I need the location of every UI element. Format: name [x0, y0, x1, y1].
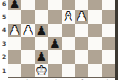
file-label-e: e — [62, 78, 75, 80]
file-label-c: c — [35, 78, 48, 80]
square-b5 — [21, 10, 34, 23]
square-c2: ♟ — [35, 50, 48, 63]
square-a6: ♟ — [8, 0, 21, 10]
file-label-d: d — [48, 78, 61, 80]
square-f1 — [75, 64, 88, 77]
square-h4 — [102, 24, 115, 37]
rank-label-1: 1 — [0, 68, 8, 74]
square-h2 — [102, 50, 115, 63]
file-label-f: f — [75, 78, 88, 80]
square-e6 — [62, 0, 75, 10]
board-right-border — [115, 0, 118, 80]
square-b2 — [21, 50, 34, 63]
square-f3 — [75, 37, 88, 50]
square-f5: ♟ — [75, 10, 88, 23]
square-e3 — [62, 37, 75, 50]
white-pawn-b4: ♟ — [22, 24, 33, 37]
file-label-row: abcdefgh — [8, 78, 115, 80]
square-g3 — [88, 37, 101, 50]
square-c4: ♟ — [35, 24, 48, 37]
square-a5 — [8, 10, 21, 23]
square-d3: ♟ — [48, 37, 61, 50]
black-pawn-a6: ♟ — [9, 0, 20, 10]
square-e4 — [62, 24, 75, 37]
square-g4 — [88, 24, 101, 37]
white-pawn-a4: ♟ — [9, 24, 20, 37]
file-label-g: g — [88, 78, 101, 80]
square-e5: ♝ — [62, 10, 75, 23]
square-a1 — [8, 64, 21, 77]
chess-board: ♟♝♟♟♟♟♟♟♚ — [8, 0, 115, 77]
square-a4: ♟ — [8, 24, 21, 37]
file-label-h: h — [102, 78, 115, 80]
square-d2 — [48, 50, 61, 63]
square-h5 — [102, 10, 115, 23]
white-bishop-e5: ♝ — [63, 10, 74, 23]
square-d1 — [48, 64, 61, 77]
square-d6 — [48, 0, 61, 10]
black-pawn-c2: ♟ — [36, 50, 47, 63]
file-label-a: a — [8, 78, 21, 80]
square-f4 — [75, 24, 88, 37]
white-king-c1: ♚ — [36, 64, 47, 77]
square-h1 — [102, 64, 115, 77]
square-b1 — [21, 64, 34, 77]
square-d4 — [48, 24, 61, 37]
rank-label-5: 5 — [0, 14, 8, 20]
square-g5 — [88, 10, 101, 23]
black-pawn-c4: ♟ — [36, 24, 47, 37]
square-g1 — [88, 64, 101, 77]
file-label-b: b — [21, 78, 34, 80]
rank-label-4: 4 — [0, 27, 8, 33]
rank-label-column: 654321 — [0, 0, 8, 80]
square-f6 — [75, 0, 88, 10]
square-f2 — [75, 50, 88, 63]
square-c1: ♚ — [35, 64, 48, 77]
square-c5 — [35, 10, 48, 23]
chess-diagram: 654321 ♟♝♟♟♟♟♟♟♚ abcdefgh — [0, 0, 120, 80]
rank-label-2: 2 — [0, 54, 8, 60]
black-pawn-d3: ♟ — [49, 37, 60, 50]
square-e1 — [62, 64, 75, 77]
square-b3 — [21, 37, 34, 50]
square-h3 — [102, 37, 115, 50]
rank-label-3: 3 — [0, 41, 8, 47]
square-g2 — [88, 50, 101, 63]
square-a3 — [8, 37, 21, 50]
square-a2 — [8, 50, 21, 63]
square-d5 — [48, 10, 61, 23]
square-e2 — [62, 50, 75, 63]
square-h6 — [102, 0, 115, 10]
rank-label-6: 6 — [0, 1, 8, 7]
square-c3 — [35, 37, 48, 50]
square-b6 — [21, 0, 34, 10]
square-c6 — [35, 0, 48, 10]
square-g6 — [88, 0, 101, 10]
square-b4: ♟ — [21, 24, 34, 37]
white-pawn-f5: ♟ — [76, 10, 87, 23]
